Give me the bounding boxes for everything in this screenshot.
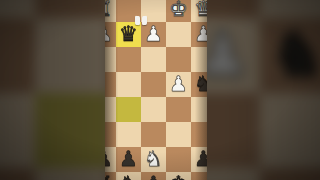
square-d4[interactable]: ♞ <box>191 72 207 97</box>
square-d7[interactable]: ♟ <box>191 147 207 172</box>
square-e1[interactable]: ♚ <box>166 0 191 22</box>
piece-white-pawn-e4[interactable]: ♟ <box>166 72 191 97</box>
square-f5[interactable] <box>141 97 166 122</box>
square-h4[interactable] <box>105 72 116 97</box>
square-d8[interactable] <box>191 172 207 180</box>
piece-black-pawn-h7[interactable]: ♟ <box>105 147 116 172</box>
piece-black-rook-h8[interactable]: ♜ <box>105 172 116 180</box>
piece-black-bishop-f8[interactable]: ♝ <box>141 172 166 180</box>
book-page-right <box>142 16 147 26</box>
piece-white-king-e1[interactable]: ♚ <box>166 0 191 22</box>
square-g8[interactable]: ♞ <box>116 172 141 180</box>
square-g3[interactable] <box>116 47 141 72</box>
square-h2[interactable]: ♟ <box>105 22 116 47</box>
square-h7[interactable]: ♟ <box>105 147 116 172</box>
square-g7[interactable]: ♟ <box>116 147 141 172</box>
chess-board: ♜♚♛♝♞♜♟♛♟♟♟♟♟♟♞♝♟♟♞♟♟♟♟♜♞♝♚♝♜ <box>105 0 207 180</box>
square-d5[interactable] <box>191 97 207 122</box>
square-e5[interactable] <box>166 97 191 122</box>
square-e2[interactable] <box>166 22 191 47</box>
square-f4[interactable] <box>141 72 166 97</box>
chess-board-grid: ♜♚♛♝♞♜♟♛♟♟♟♟♟♟♞♝♟♟♞♟♟♟♟♜♞♝♚♝♜ <box>105 0 207 180</box>
square-e6[interactable] <box>166 122 191 147</box>
piece-black-king-e8[interactable]: ♚ <box>166 172 191 180</box>
piece-white-knight-f7[interactable]: ♞ <box>141 147 166 172</box>
square-g2[interactable]: ♛ <box>116 22 141 47</box>
piece-black-knight-g8[interactable]: ♞ <box>116 172 141 180</box>
square-e8[interactable]: ♚ <box>166 172 191 180</box>
book-page-left <box>135 16 140 26</box>
square-d2[interactable]: ♟ <box>191 22 207 47</box>
square-g4[interactable] <box>116 72 141 97</box>
square-f3[interactable] <box>141 47 166 72</box>
short-video-frame: ♜♚♛♝♞♜♟♛♟♟♟♟♟♟♞♝♟♟♞♟♟♟♟♜♞♝♚♝♜ ♜♚♛♝♞♜♟♛♟♟… <box>0 0 320 180</box>
book-move-icon <box>134 16 148 26</box>
piece-white-pawn-d2[interactable]: ♟ <box>191 22 207 47</box>
piece-white-rook-h1[interactable]: ♜ <box>105 0 116 22</box>
piece-black-knight-d4[interactable]: ♞ <box>191 72 207 97</box>
piece-black-pawn-d7[interactable]: ♟ <box>191 147 207 172</box>
square-d1[interactable]: ♛ <box>191 0 207 22</box>
square-f6[interactable] <box>141 122 166 147</box>
square-f7[interactable]: ♞ <box>141 147 166 172</box>
square-e3[interactable] <box>166 47 191 72</box>
piece-black-pawn-g7[interactable]: ♟ <box>116 147 141 172</box>
video-strip: ♜♚♛♝♞♜♟♛♟♟♟♟♟♟♞♝♟♟♞♟♟♟♟♜♞♝♚♝♜ <box>105 0 207 180</box>
square-g5[interactable] <box>116 97 141 122</box>
square-e4[interactable]: ♟ <box>166 72 191 97</box>
square-d6[interactable] <box>191 122 207 147</box>
square-d3[interactable] <box>191 47 207 72</box>
square-g6[interactable] <box>116 122 141 147</box>
square-h3[interactable] <box>105 47 116 72</box>
square-h6[interactable] <box>105 122 116 147</box>
square-f8[interactable]: ♝ <box>141 172 166 180</box>
piece-white-pawn-h2[interactable]: ♟ <box>105 22 116 47</box>
square-h5[interactable] <box>105 97 116 122</box>
square-e7[interactable] <box>166 147 191 172</box>
square-h8[interactable]: ♜ <box>105 172 116 180</box>
square-h1[interactable]: ♜ <box>105 0 116 22</box>
piece-white-queen-d1[interactable]: ♛ <box>191 0 207 22</box>
